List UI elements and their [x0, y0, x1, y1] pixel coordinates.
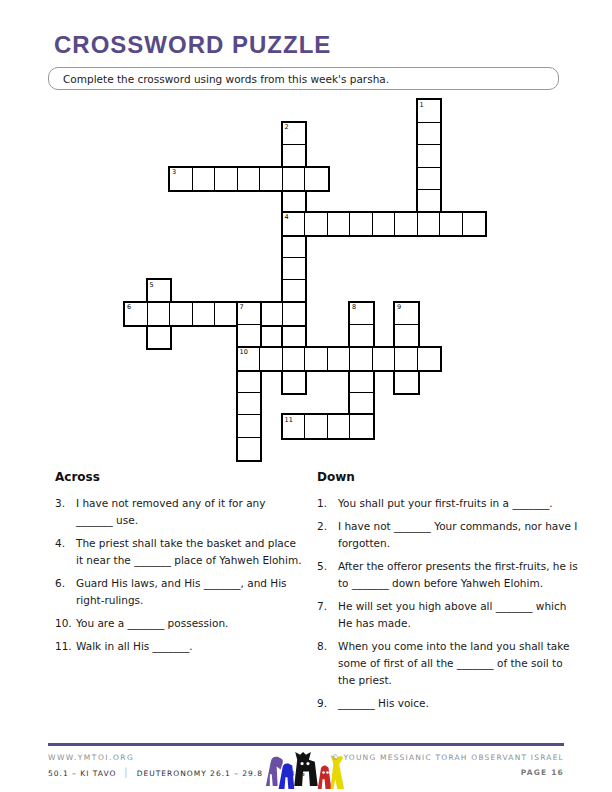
grid-cell[interactable] — [282, 348, 306, 371]
crossword-grid: 1234567891011 — [125, 100, 486, 461]
clue-item: 9._______ His voice. — [317, 695, 579, 712]
clue-item: 7.He will set you high above all _______… — [317, 598, 579, 632]
down-clue-list: 1.You shall put your first-fruits in a _… — [317, 495, 579, 712]
clue-number: 6. — [55, 575, 76, 609]
grid-cell[interactable] — [148, 324, 171, 348]
grid-cell[interactable] — [192, 303, 216, 326]
word-4-across — [281, 211, 488, 238]
clue-item: 6.Guard His laws, and His _______, and H… — [55, 575, 307, 609]
cell-number: 1 — [420, 102, 424, 109]
grid-cell[interactable] — [417, 213, 441, 236]
grid-cell[interactable] — [282, 303, 306, 326]
across-header: Across — [55, 470, 307, 484]
grid-cell[interactable] — [349, 213, 373, 236]
grid-cell[interactable] — [214, 303, 238, 326]
cell-number: 8 — [352, 304, 356, 311]
grid-cell[interactable] — [349, 348, 373, 371]
clue-item: 1.You shall put your first-fruits in a _… — [317, 495, 579, 512]
word-7-down — [236, 301, 263, 463]
clue-number: 11. — [55, 638, 76, 655]
grid-cell[interactable] — [238, 392, 261, 416]
cell-number: 6 — [127, 304, 131, 311]
grid-cell[interactable] — [395, 324, 418, 348]
cell-number: 10 — [240, 349, 248, 356]
clue-number: 7. — [317, 598, 338, 632]
grid-cell[interactable] — [238, 437, 261, 461]
grid-cell[interactable] — [350, 324, 373, 348]
grid-cell[interactable] — [350, 392, 373, 416]
across-clue-list: 3.I have not removed any of it for any _… — [55, 495, 307, 655]
grid-cell[interactable] — [214, 168, 238, 191]
grid-cell[interactable] — [327, 348, 351, 371]
grid-cell[interactable] — [327, 415, 351, 438]
copyright-text: © YOUNG MESSIANIC TORAH OBSERVANT ISRAEL — [331, 753, 564, 762]
grid-cell[interactable] — [237, 168, 261, 191]
grid-cell[interactable] — [238, 369, 261, 393]
grid-cell[interactable] — [372, 348, 396, 371]
clue-number: 1. — [317, 495, 338, 512]
cell-number: 5 — [150, 282, 154, 289]
grid-cell[interactable] — [283, 369, 306, 393]
worksheet-page: CROSSWORD PUZZLE Complete the crossword … — [0, 0, 612, 792]
clue-text: After the offeror presents the first-fru… — [338, 558, 578, 592]
grid-cell[interactable] — [304, 348, 328, 371]
grid-cell[interactable] — [418, 167, 441, 191]
cell-number: 7 — [240, 304, 244, 311]
grid-cell[interactable] — [350, 369, 373, 393]
clue-number: 10. — [55, 615, 76, 632]
word-3-across — [168, 166, 330, 193]
word-10-across — [236, 346, 443, 373]
grid-cell[interactable] — [238, 324, 261, 348]
cell-number: 11 — [285, 417, 293, 424]
clue-text: I have not removed any of it for any ___… — [76, 495, 304, 529]
clue-text: You shall put your first-fruits in a ___… — [338, 495, 578, 512]
torah-reading: DEUTERONOMY 26.1 – 29.8 — [137, 769, 263, 778]
clue-number: 8. — [317, 638, 338, 689]
grid-cell[interactable] — [304, 168, 328, 191]
grid-cell[interactable] — [283, 144, 306, 168]
clue-number: 5. — [317, 558, 338, 592]
clue-text: Walk in all His _______. — [76, 638, 304, 655]
grid-cell[interactable] — [349, 415, 373, 438]
clue-item: 11.Walk in all His _______. — [55, 638, 307, 655]
cell-number: 3 — [172, 169, 176, 176]
grid-cell[interactable] — [304, 415, 328, 438]
cell-number: 9 — [397, 304, 401, 311]
clue-text: I have not _______ Your commands, nor ha… — [338, 518, 578, 552]
page-title: CROSSWORD PUZZLE — [54, 31, 331, 59]
clue-text: _______ His voice. — [338, 695, 578, 712]
grid-cell[interactable] — [418, 189, 441, 213]
grid-cell[interactable] — [283, 324, 306, 348]
clue-item: 3.I have not removed any of it for any _… — [55, 495, 307, 529]
grid-cell[interactable] — [462, 213, 486, 236]
clue-item: 5.After the offeror presents the first-f… — [317, 558, 579, 592]
instruction-box: Complete the crossword using words from … — [48, 67, 559, 90]
grid-cell[interactable] — [282, 168, 306, 191]
grid-cell[interactable] — [372, 213, 396, 236]
clue-text: He will set you high above all _______ w… — [338, 598, 578, 632]
across-clues-section: Across 3.I have not removed any of it fo… — [55, 470, 307, 661]
instruction-text: Complete the crossword using words from … — [63, 73, 389, 85]
grid-cell[interactable] — [259, 348, 283, 371]
grid-cell[interactable] — [283, 234, 306, 258]
page-number: PAGE 16 — [331, 768, 564, 777]
clue-number: 4. — [55, 535, 76, 569]
grid-cell[interactable] — [418, 122, 441, 146]
grid-cell[interactable] — [283, 257, 306, 281]
down-clues-section: Down 1.You shall put your first-fruits i… — [317, 470, 579, 718]
cell-number: 4 — [285, 214, 289, 221]
clue-item: 2.I have not _______ Your commands, nor … — [317, 518, 579, 552]
grid-cell[interactable] — [283, 279, 306, 303]
separator-bar: │ — [123, 768, 129, 778]
grid-cell[interactable] — [259, 168, 283, 191]
clue-number: 3. — [55, 495, 76, 529]
grid-cell[interactable] — [418, 144, 441, 168]
clue-text: Guard His laws, and His _______, and His… — [76, 575, 304, 609]
grid-cell[interactable] — [259, 303, 283, 326]
clue-text: You are a _______ possession. — [76, 615, 304, 632]
clue-item: 8.When you come into the land you shall … — [317, 638, 579, 689]
word-6-across — [123, 301, 307, 328]
grid-cell[interactable] — [304, 213, 328, 236]
grid-cell[interactable] — [169, 303, 193, 326]
down-header: Down — [317, 470, 579, 484]
grid-cell[interactable] — [147, 303, 171, 326]
grid-cell[interactable] — [439, 213, 463, 236]
grid-cell[interactable] — [395, 369, 418, 393]
grid-cell[interactable] — [417, 348, 441, 371]
clue-number: 9. — [317, 695, 338, 712]
grid-cell[interactable] — [283, 189, 306, 213]
grid-cell[interactable] — [394, 213, 418, 236]
clue-number: 2. — [317, 518, 338, 552]
clue-item: 10.You are a _______ possession. — [55, 615, 307, 632]
parsha-name: 50.1 – KI TAVO — [48, 769, 116, 778]
clue-text: The priest shall take the basket and pla… — [76, 535, 304, 569]
grid-cell[interactable] — [327, 213, 351, 236]
clue-item: 4.The priest shall take the basket and p… — [55, 535, 307, 569]
grid-cell[interactable] — [192, 168, 216, 191]
grid-cell[interactable] — [394, 348, 418, 371]
footer-divider — [48, 743, 564, 746]
grid-cell[interactable] — [238, 414, 261, 438]
word-11-across — [281, 413, 375, 440]
cell-number: 2 — [285, 124, 289, 131]
clue-text: When you come into the land you shall ta… — [338, 638, 578, 689]
footer-right: © YOUNG MESSIANIC TORAH OBSERVANT ISRAEL… — [331, 753, 564, 777]
